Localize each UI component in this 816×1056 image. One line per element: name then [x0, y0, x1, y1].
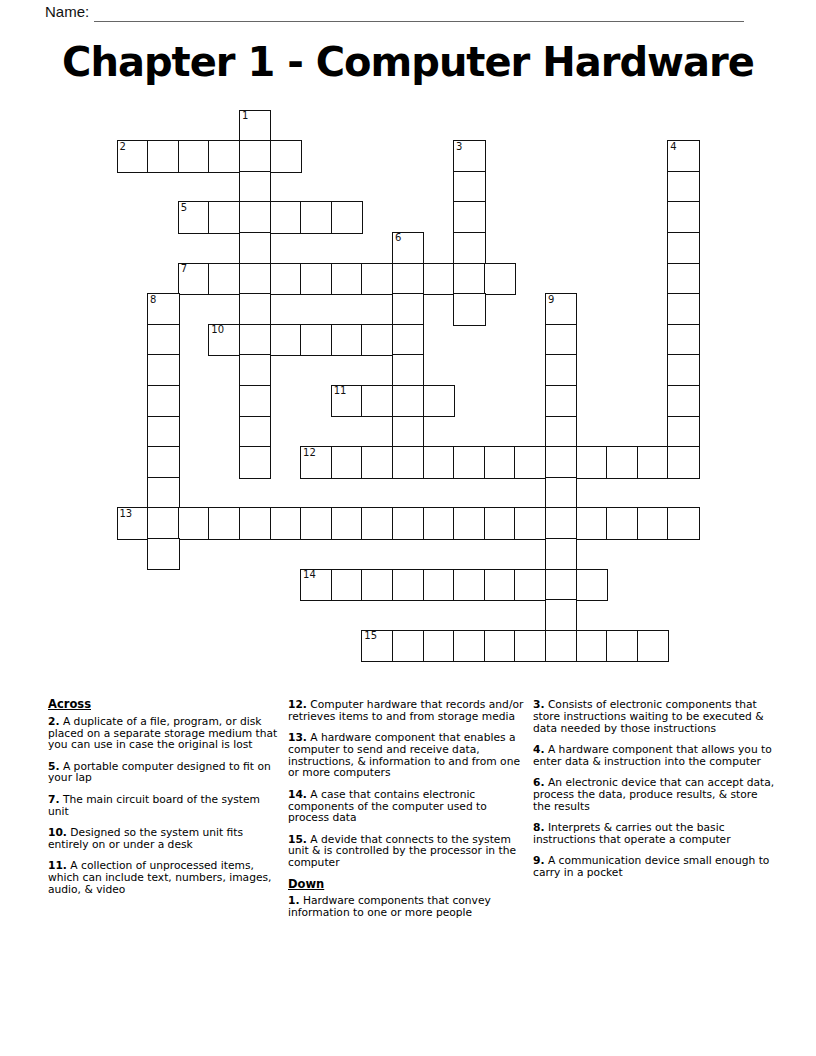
- crossword-cell-r2c4[interactable]: [240, 172, 271, 203]
- crossword-cell-r6c18[interactable]: [668, 294, 699, 325]
- crossword-cell-r14c14[interactable]: [546, 539, 577, 570]
- crossword-cell-r13c14[interactable]: [546, 508, 577, 539]
- crossword-cell-r3c7[interactable]: [332, 202, 363, 233]
- crossword-cell-r13c11[interactable]: [454, 508, 485, 539]
- clue-item-1: 1. Hardware components that convey infor…: [288, 895, 529, 919]
- crossword-cell-r8c18[interactable]: [668, 355, 699, 386]
- clue-item-14: 14. A case that contains electronic comp…: [288, 789, 529, 824]
- crossword-cell-r11c10[interactable]: [424, 447, 455, 478]
- clue-number-label: 9.: [533, 854, 545, 867]
- crossword-cell-r11c14[interactable]: [546, 447, 577, 478]
- crossword-cell-r11c16[interactable]: [607, 447, 638, 478]
- crossword-cell-r4c9[interactable]: 6: [393, 233, 424, 264]
- crossword-cell-r14c1[interactable]: [148, 539, 179, 570]
- clue-item-15: 15. A devide that connects to the system…: [288, 834, 529, 869]
- clue-number-5: 5: [181, 203, 187, 213]
- crossword-cell-r7c14[interactable]: [546, 325, 577, 356]
- clue-number-12: 12: [303, 448, 316, 458]
- clue-number-10: 10: [211, 325, 224, 335]
- crossword-cell-r11c11[interactable]: [454, 447, 485, 478]
- crossword-cell-r15c9[interactable]: [393, 570, 424, 601]
- clue-item-4: 4. A hardware component that allows you …: [533, 744, 778, 768]
- crossword-cell-r5c5[interactable]: [271, 264, 302, 295]
- crossword-cell-r1c18[interactable]: 4: [668, 141, 699, 172]
- clue-number-6: 6: [395, 233, 401, 243]
- crossword-cell-r11c9[interactable]: [393, 447, 424, 478]
- crossword-cell-r17c9[interactable]: [393, 631, 424, 662]
- crossword-cell-r13c4[interactable]: [240, 508, 271, 539]
- crossword-cell-r12c14[interactable]: [546, 478, 577, 509]
- crossword-cell-r9c7[interactable]: 11: [332, 386, 363, 417]
- crossword-cell-r11c1[interactable]: [148, 447, 179, 478]
- crossword-cell-r5c11[interactable]: [454, 264, 485, 295]
- clue-item-12: 12. Computer hardware that records and/o…: [288, 699, 529, 723]
- clue-number-4: 4: [670, 142, 676, 152]
- clue-number-1: 1: [242, 111, 248, 121]
- clue-number-label: 10.: [48, 826, 67, 839]
- crossword-cell-r3c3[interactable]: [209, 202, 240, 233]
- crossword-cell-r5c4[interactable]: [240, 264, 271, 295]
- clue-item-3: 3. Consists of electronic components tha…: [533, 699, 778, 734]
- crossword-cell-r1c2[interactable]: [179, 141, 210, 172]
- clue-item-6: 6. An electronic device that can accept …: [533, 777, 778, 812]
- crossword-cell-r7c8[interactable]: [362, 325, 393, 356]
- crossword-cell-r17c12[interactable]: [485, 631, 516, 662]
- crossword-cell-r5c12[interactable]: [485, 264, 516, 295]
- crossword-cell-r13c2[interactable]: [179, 508, 210, 539]
- crossword-cell-r1c4[interactable]: [240, 141, 271, 172]
- crossword-cell-r15c12[interactable]: [485, 570, 516, 601]
- crossword-cell-r7c1[interactable]: [148, 325, 179, 356]
- crossword-cell-r6c11[interactable]: [454, 294, 485, 325]
- name-fill-line[interactable]: [94, 4, 744, 22]
- crossword-cell-r15c15[interactable]: [577, 570, 608, 601]
- crossword-cell-r0c4[interactable]: 1: [240, 111, 271, 142]
- crossword-cell-r7c4[interactable]: [240, 325, 271, 356]
- clue-number-label: 11.: [48, 859, 67, 872]
- crossword-cell-r13c15[interactable]: [577, 508, 608, 539]
- crossword-cell-r13c5[interactable]: [271, 508, 302, 539]
- crossword-cell-r15c7[interactable]: [332, 570, 363, 601]
- crossword-cell-r6c1[interactable]: 8: [148, 294, 179, 325]
- crossword-cell-r9c9[interactable]: [393, 386, 424, 417]
- crossword-cell-r15c14[interactable]: [546, 570, 577, 601]
- clue-number-label: 6.: [533, 776, 545, 789]
- crossword-cell-r6c4[interactable]: [240, 294, 271, 325]
- clue-number-15: 15: [364, 631, 377, 641]
- crossword-cell-r13c13[interactable]: [515, 508, 546, 539]
- crossword-cell-r11c8[interactable]: [362, 447, 393, 478]
- crossword-cell-r3c11[interactable]: [454, 202, 485, 233]
- page-title: Chapter 1 - Computer Hardware: [0, 39, 816, 85]
- crossword-cell-r7c5[interactable]: [271, 325, 302, 356]
- crossword-cell-r7c6[interactable]: [301, 325, 332, 356]
- crossword-cell-r3c18[interactable]: [668, 202, 699, 233]
- crossword-cell-r15c6[interactable]: 14: [301, 570, 332, 601]
- crossword-cell-r4c18[interactable]: [668, 233, 699, 264]
- crossword-cell-r11c4[interactable]: [240, 447, 271, 478]
- clue-number-7: 7: [181, 264, 187, 274]
- crossword-cell-r2c11[interactable]: [454, 172, 485, 203]
- crossword-cell-r15c8[interactable]: [362, 570, 393, 601]
- clue-number-label: 12.: [288, 698, 307, 711]
- crossword-cell-r11c18[interactable]: [668, 447, 699, 478]
- crossword-cell-r6c14[interactable]: 9: [546, 294, 577, 325]
- crossword-cell-r8c9[interactable]: [393, 355, 424, 386]
- clue-number-8: 8: [150, 295, 156, 305]
- crossword-cell-r11c12[interactable]: [485, 447, 516, 478]
- crossword-cell-r5c18[interactable]: [668, 264, 699, 295]
- clue-item-13: 13. A hardware component that enables a …: [288, 732, 529, 779]
- crossword-cell-r16c14[interactable]: [546, 600, 577, 631]
- crossword-cell-r9c4[interactable]: [240, 386, 271, 417]
- clue-number-2: 2: [120, 142, 126, 152]
- name-label: Name:: [45, 3, 89, 20]
- crossword-cell-r13c16[interactable]: [607, 508, 638, 539]
- crossword-cell-r10c18[interactable]: [668, 417, 699, 448]
- crossword-cell-r13c6[interactable]: [301, 508, 332, 539]
- clue-number-label: 14.: [288, 788, 307, 801]
- clue-item-9: 9. A communication device small enough t…: [533, 855, 778, 879]
- clue-number-label: 4.: [533, 743, 545, 756]
- crossword-cell-r11c7[interactable]: [332, 447, 363, 478]
- crossword-cell-r17c14[interactable]: [546, 631, 577, 662]
- crossword-cell-r10c1[interactable]: [148, 417, 179, 448]
- across-heading: Across: [48, 699, 282, 711]
- clue-item-11: 11. A collection of unprocessed items, w…: [48, 860, 282, 895]
- clue-item-8: 8. Interprets & carries out the basic in…: [533, 822, 778, 846]
- clue-item-2: 2. A duplicate of a file, program, or di…: [48, 716, 282, 751]
- crossword-cell-r1c1[interactable]: [148, 141, 179, 172]
- crossword-cell-r11c17[interactable]: [638, 447, 669, 478]
- crossword-cell-r5c2[interactable]: 7: [179, 264, 210, 295]
- crossword-cell-r17c16[interactable]: [607, 631, 638, 662]
- crossword-cell-r3c6[interactable]: [301, 202, 332, 233]
- clue-number-label: 1.: [288, 894, 300, 907]
- clue-number-3: 3: [456, 142, 462, 152]
- crossword-grid: 123456789101112131415: [118, 111, 699, 662]
- crossword-cell-r13c10[interactable]: [424, 508, 455, 539]
- clue-number-11: 11: [334, 386, 347, 396]
- clue-number-label: 13.: [288, 731, 307, 744]
- crossword-cell-r17c15[interactable]: [577, 631, 608, 662]
- crossword-cell-r12c1[interactable]: [148, 478, 179, 509]
- crossword-cell-r8c4[interactable]: [240, 355, 271, 386]
- crossword-cell-r13c0[interactable]: 13: [118, 508, 149, 539]
- crossword-cell-r7c7[interactable]: [332, 325, 363, 356]
- crossword-cell-r9c14[interactable]: [546, 386, 577, 417]
- crossword-cell-r4c4[interactable]: [240, 233, 271, 264]
- clue-number-label: 3.: [533, 698, 545, 711]
- crossword-cell-r7c3[interactable]: 10: [209, 325, 240, 356]
- crossword-cell-r8c14[interactable]: [546, 355, 577, 386]
- clue-number-label: 7.: [48, 793, 60, 806]
- crossword-cell-r17c8[interactable]: 15: [362, 631, 393, 662]
- worksheet-page: Name: Chapter 1 - Computer Hardware 1234…: [0, 0, 816, 1056]
- clues-column-3: 3. Consists of electronic components tha…: [533, 699, 778, 888]
- clue-number-9: 9: [548, 295, 554, 305]
- clue-item-5: 5. A portable computer designed to fit o…: [48, 761, 282, 785]
- crossword-cell-r10c9[interactable]: [393, 417, 424, 448]
- down-heading: Down: [288, 879, 529, 891]
- crossword-cell-r10c4[interactable]: [240, 417, 271, 448]
- crossword-cell-r11c13[interactable]: [515, 447, 546, 478]
- crossword-cell-r11c6[interactable]: 12: [301, 447, 332, 478]
- crossword-cell-r15c10[interactable]: [424, 570, 455, 601]
- crossword-cell-r1c3[interactable]: [209, 141, 240, 172]
- clue-number-label: 15.: [288, 833, 307, 846]
- crossword-cell-r5c6[interactable]: [301, 264, 332, 295]
- clue-item-7: 7. The main circuit board of the system …: [48, 794, 282, 818]
- crossword-cell-r4c11[interactable]: [454, 233, 485, 264]
- crossword-cell-r15c11[interactable]: [454, 570, 485, 601]
- crossword-cell-r3c2[interactable]: 5: [179, 202, 210, 233]
- crossword-cell-r13c17[interactable]: [638, 508, 669, 539]
- crossword-cell-r7c18[interactable]: [668, 325, 699, 356]
- crossword-cell-r9c1[interactable]: [148, 386, 179, 417]
- clue-item-10: 10. Designed so the system unit fits ent…: [48, 827, 282, 851]
- crossword-cell-r13c12[interactable]: [485, 508, 516, 539]
- clues-column-2: 12. Computer hardware that records and/o…: [288, 699, 529, 928]
- crossword-cell-r17c13[interactable]: [515, 631, 546, 662]
- crossword-cell-r13c18[interactable]: [668, 508, 699, 539]
- crossword-cell-r3c4[interactable]: [240, 202, 271, 233]
- crossword-cell-r1c11[interactable]: 3: [454, 141, 485, 172]
- crossword-cell-r17c10[interactable]: [424, 631, 455, 662]
- crossword-cell-r17c17[interactable]: [638, 631, 669, 662]
- crossword-cell-r13c9[interactable]: [393, 508, 424, 539]
- crossword-cell-r5c10[interactable]: [424, 264, 455, 295]
- crossword-cell-r7c9[interactable]: [393, 325, 424, 356]
- crossword-cell-r10c14[interactable]: [546, 417, 577, 448]
- clue-number-label: 8.: [533, 821, 545, 834]
- crossword-cell-r1c5[interactable]: [271, 141, 302, 172]
- crossword-cell-r17c11[interactable]: [454, 631, 485, 662]
- clue-number-label: 2.: [48, 715, 60, 728]
- crossword-cell-r15c13[interactable]: [515, 570, 546, 601]
- crossword-cell-r13c1[interactable]: [148, 508, 179, 539]
- crossword-cell-r9c18[interactable]: [668, 386, 699, 417]
- crossword-cell-r1c0[interactable]: 2: [118, 141, 149, 172]
- crossword-cell-r9c8[interactable]: [362, 386, 393, 417]
- crossword-cell-r5c8[interactable]: [362, 264, 393, 295]
- crossword-cell-r3c5[interactable]: [271, 202, 302, 233]
- crossword-cell-r6c9[interactable]: [393, 294, 424, 325]
- crossword-cell-r9c10[interactable]: [424, 386, 455, 417]
- crossword-cell-r5c7[interactable]: [332, 264, 363, 295]
- crossword-cell-r13c8[interactable]: [362, 508, 393, 539]
- crossword-cell-r5c9[interactable]: [393, 264, 424, 295]
- crossword-cell-r5c3[interactable]: [209, 264, 240, 295]
- clue-number-14: 14: [303, 570, 316, 580]
- crossword-cell-r2c18[interactable]: [668, 172, 699, 203]
- crossword-cell-r8c1[interactable]: [148, 355, 179, 386]
- clues-column-1: Across2. A duplicate of a file, program,…: [48, 699, 282, 905]
- clue-number-label: 5.: [48, 760, 60, 773]
- clue-number-13: 13: [120, 509, 133, 519]
- crossword-cell-r11c15[interactable]: [577, 447, 608, 478]
- crossword-cell-r13c7[interactable]: [332, 508, 363, 539]
- crossword-cell-r13c3[interactable]: [209, 508, 240, 539]
